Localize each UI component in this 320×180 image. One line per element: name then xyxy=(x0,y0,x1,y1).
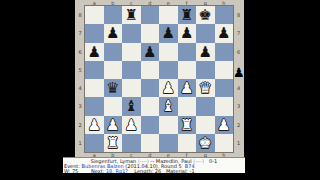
black-pawn: ♟ xyxy=(106,24,119,42)
square-a2[interactable]: ♟ xyxy=(85,116,104,134)
square-e4[interactable]: ♟ xyxy=(159,79,178,97)
rank-label-6: 6 xyxy=(233,43,244,61)
square-c8[interactable]: ♜ xyxy=(122,6,141,24)
rank-label-1: 1 xyxy=(75,134,85,152)
square-b3[interactable] xyxy=(104,97,123,115)
chess-board[interactable]: ♜♜♚♟♟♟♟♟♟♟♛♟♟♛♝♝♟♟♟♜♟♜♚ xyxy=(85,6,233,152)
square-c5[interactable] xyxy=(122,61,141,79)
square-a5[interactable] xyxy=(85,61,104,79)
square-d8[interactable] xyxy=(141,6,160,24)
rank-label-5: 5 xyxy=(75,61,85,79)
square-f3[interactable] xyxy=(178,97,197,115)
square-b6[interactable] xyxy=(104,43,123,61)
square-h3[interactable] xyxy=(215,97,234,115)
square-f6[interactable] xyxy=(178,43,197,61)
square-c3[interactable]: ♝ xyxy=(122,97,141,115)
square-e5[interactable] xyxy=(159,61,178,79)
square-g6[interactable]: ♟ xyxy=(196,43,215,61)
square-d1[interactable] xyxy=(141,134,160,152)
square-g5[interactable] xyxy=(196,61,215,79)
rank-label-3: 3 xyxy=(75,97,85,115)
square-h2[interactable]: ♟ xyxy=(215,116,234,134)
white-pawn: ♟ xyxy=(106,116,119,134)
square-b4[interactable]: ♛ xyxy=(104,79,123,97)
square-f1[interactable] xyxy=(178,134,197,152)
square-h4[interactable] xyxy=(215,79,234,97)
square-f7[interactable]: ♟ xyxy=(178,24,197,42)
white-pawn: ♟ xyxy=(88,116,101,134)
square-e3[interactable]: ♝ xyxy=(159,97,178,115)
square-g8[interactable]: ♚ xyxy=(196,6,215,24)
black-pawn: ♟ xyxy=(199,43,212,61)
square-h1[interactable] xyxy=(215,134,234,152)
square-h7[interactable]: ♟ xyxy=(215,24,234,42)
square-g2[interactable] xyxy=(196,116,215,134)
square-h6[interactable] xyxy=(215,43,234,61)
square-h8[interactable] xyxy=(215,6,234,24)
square-b7[interactable]: ♟ xyxy=(104,24,123,42)
black-queen: ♛ xyxy=(106,79,119,97)
rank-label-1: 1 xyxy=(233,134,244,152)
board-panel: abcdefgh abcdefgh 87654321 87654321 ♜♜♚♟… xyxy=(75,0,244,157)
square-d3[interactable] xyxy=(141,97,160,115)
square-e8[interactable] xyxy=(159,6,178,24)
white-pawn: ♟ xyxy=(125,116,138,134)
square-e7[interactable]: ♟ xyxy=(159,24,178,42)
square-c4[interactable] xyxy=(122,79,141,97)
rank-label-6: 6 xyxy=(75,43,85,61)
square-c2[interactable]: ♟ xyxy=(122,116,141,134)
status-line: W: 75 Next: 18. Rg1? Length: 26 Material… xyxy=(64,169,244,173)
black-bishop: ♝ xyxy=(125,97,138,115)
white-rook: ♜ xyxy=(106,134,119,152)
square-d7[interactable] xyxy=(141,24,160,42)
rank-label-4: 4 xyxy=(233,79,244,97)
rank-label-4: 4 xyxy=(75,79,85,97)
square-f2[interactable]: ♜ xyxy=(178,116,197,134)
square-f8[interactable]: ♜ xyxy=(178,6,197,24)
square-d6[interactable]: ♟ xyxy=(141,43,160,61)
black-pawn: ♟ xyxy=(217,24,230,42)
square-b8[interactable] xyxy=(104,6,123,24)
black-elo: (----) xyxy=(193,158,204,164)
black-pawn: ♟ xyxy=(180,24,193,42)
square-g4[interactable]: ♛ xyxy=(196,79,215,97)
square-d2[interactable] xyxy=(141,116,160,134)
rank-label-8: 8 xyxy=(75,6,85,24)
square-g1[interactable]: ♚ xyxy=(196,134,215,152)
material-balance: Material: -1 xyxy=(166,168,195,173)
game-length: Length: 26 xyxy=(128,168,166,173)
square-e6[interactable] xyxy=(159,43,178,61)
square-b2[interactable]: ♟ xyxy=(104,116,123,134)
square-e1[interactable] xyxy=(159,134,178,152)
game-result: 0-1 xyxy=(204,158,217,164)
square-g3[interactable] xyxy=(196,97,215,115)
square-h5[interactable] xyxy=(215,61,234,79)
black-pawn: ♟ xyxy=(88,43,101,61)
square-a3[interactable] xyxy=(85,97,104,115)
square-f5[interactable] xyxy=(178,61,197,79)
black-pawn: ♟ xyxy=(143,43,156,61)
rank-label-2: 2 xyxy=(75,116,85,134)
white-pawn: ♟ xyxy=(162,79,175,97)
rank-label-8: 8 xyxy=(233,6,244,24)
square-a6[interactable]: ♟ xyxy=(85,43,104,61)
square-b5[interactable] xyxy=(104,61,123,79)
video-frame: abcdefgh abcdefgh 87654321 87654321 ♜♜♚♟… xyxy=(0,0,320,180)
square-a7[interactable] xyxy=(85,24,104,42)
white-queen: ♛ xyxy=(199,79,212,97)
material-indicator-black-pawn-icon: ♟ xyxy=(233,65,244,81)
white-rook: ♜ xyxy=(180,116,193,134)
black-pawn: ♟ xyxy=(162,24,175,42)
white-pawn: ♟ xyxy=(217,116,230,134)
square-g7[interactable] xyxy=(196,24,215,42)
white-bishop: ♝ xyxy=(162,97,175,115)
black-rook: ♜ xyxy=(180,6,193,24)
rank-label-7: 7 xyxy=(233,24,244,42)
black-rook: ♜ xyxy=(125,6,138,24)
square-c7[interactable] xyxy=(122,24,141,42)
next-move-link[interactable]: 18. Rg1? xyxy=(106,168,128,173)
rank-label-2: 2 xyxy=(233,116,244,134)
rank-label-3: 3 xyxy=(233,97,244,115)
next-label: Next: xyxy=(78,168,106,173)
square-a8[interactable] xyxy=(85,6,104,24)
square-e2[interactable] xyxy=(159,116,178,134)
black-king: ♚ xyxy=(199,6,212,24)
rank-label-7: 7 xyxy=(75,24,85,42)
white-king: ♚ xyxy=(199,134,212,152)
square-f4[interactable]: ♟ xyxy=(178,79,197,97)
square-d4[interactable] xyxy=(141,79,160,97)
square-b1[interactable]: ♜ xyxy=(104,134,123,152)
white-pawn: ♟ xyxy=(180,79,193,97)
move-counter: W: 75 xyxy=(64,168,78,173)
square-a4[interactable] xyxy=(85,79,104,97)
square-d5[interactable] xyxy=(141,61,160,79)
rank-labels-left: 87654321 xyxy=(75,6,85,152)
square-c1[interactable] xyxy=(122,134,141,152)
game-info-panel: Siegenfurt, Lyman (----) -- Mazedlin, Pa… xyxy=(63,157,245,173)
square-a1[interactable] xyxy=(85,134,104,152)
square-c6[interactable] xyxy=(122,43,141,61)
